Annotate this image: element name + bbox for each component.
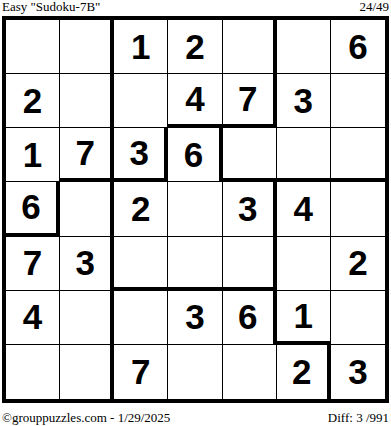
puzzle-page: Easy "Sudoku-7B" 24/49 12624731736623473… [0,0,391,426]
cell-r6c7[interactable] [331,291,385,345]
page-number: 24/49 [359,0,389,14]
cell-r4c4[interactable] [168,182,222,236]
difficulty-text: Diff: 3 /991 [328,410,389,425]
cell-r2c2[interactable] [60,74,114,128]
cell-r1c1[interactable] [6,20,60,74]
cell-r5c3[interactable] [114,237,168,291]
cell-r7c1[interactable] [6,345,60,399]
cell-r6c4[interactable]: 3 [168,291,222,345]
cell-r2c5[interactable]: 7 [223,74,277,128]
puzzle-title: Easy "Sudoku-7B" [2,0,100,14]
cell-r2c4[interactable]: 4 [168,74,222,128]
cell-r7c5[interactable] [223,345,277,399]
cell-r6c3[interactable] [114,291,168,345]
cell-r3c5[interactable] [223,128,277,182]
cell-r3c3[interactable]: 3 [114,128,168,182]
cell-r7c3[interactable]: 7 [114,345,168,399]
cell-r3c2[interactable]: 7 [60,128,114,182]
cell-r3c7[interactable] [331,128,385,182]
cell-r1c4[interactable]: 2 [168,20,222,74]
cell-r6c5[interactable]: 6 [223,291,277,345]
cell-r3c6[interactable] [277,128,331,182]
cell-r5c7[interactable]: 2 [331,237,385,291]
cell-r7c6[interactable]: 2 [277,345,331,399]
cell-r6c6[interactable]: 1 [277,291,331,345]
cell-r6c1[interactable]: 4 [6,291,60,345]
cell-r2c6[interactable]: 3 [277,74,331,128]
sudoku-board: 1262473173662347324361723 [2,16,389,403]
cell-r1c6[interactable] [277,20,331,74]
cell-r2c3[interactable] [114,74,168,128]
cell-r2c7[interactable] [331,74,385,128]
cell-r5c5[interactable] [223,237,277,291]
cell-r7c4[interactable] [168,345,222,399]
cell-r1c2[interactable] [60,20,114,74]
cell-r4c1[interactable]: 6 [6,182,60,236]
copyright-text: ©grouppuzzles.com - 1/29/2025 [2,410,170,425]
cell-r4c3[interactable]: 2 [114,182,168,236]
cell-r5c2[interactable]: 3 [60,237,114,291]
cell-r1c5[interactable] [223,20,277,74]
cell-r7c7[interactable]: 3 [331,345,385,399]
cell-r3c4[interactable]: 6 [168,128,222,182]
cell-r4c7[interactable] [331,182,385,236]
footer: ©grouppuzzles.com - 1/29/2025 Diff: 3 /9… [2,409,389,425]
cell-r1c7[interactable]: 6 [331,20,385,74]
cell-r5c1[interactable]: 7 [6,237,60,291]
cell-r4c2[interactable] [60,182,114,236]
header: Easy "Sudoku-7B" 24/49 [2,0,389,16]
cell-r3c1[interactable]: 1 [6,128,60,182]
cell-r6c2[interactable] [60,291,114,345]
cell-r4c6[interactable]: 4 [277,182,331,236]
cell-r2c1[interactable]: 2 [6,74,60,128]
cell-r7c2[interactable] [60,345,114,399]
cell-r4c5[interactable]: 3 [223,182,277,236]
cell-r5c6[interactable] [277,237,331,291]
cell-r5c4[interactable] [168,237,222,291]
cell-r1c3[interactable]: 1 [114,20,168,74]
